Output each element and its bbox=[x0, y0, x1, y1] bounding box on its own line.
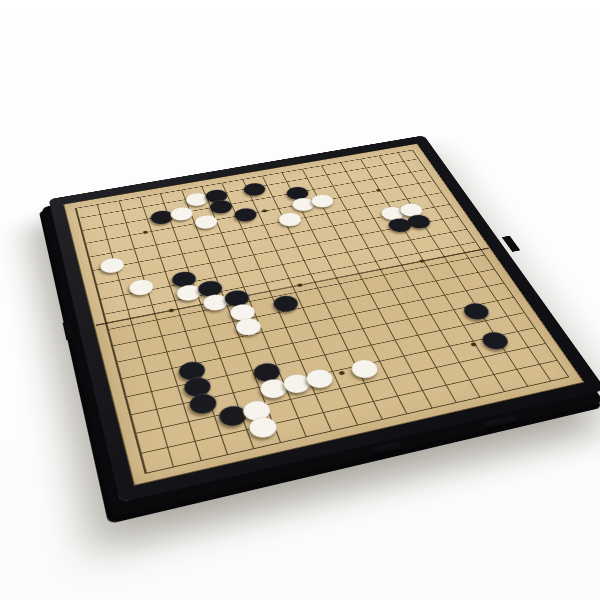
go-board[interactable]: ●●●●●●●●●●●●●●●●●●●●●●●●●●●●●●●●●●●●●●● bbox=[63, 143, 584, 485]
latch-clasp[interactable] bbox=[481, 414, 521, 430]
photo-backdrop: ●●●●●●●●●●●●●●●●●●●●●●●●●●●●●●●●●●●●●●● bbox=[0, 0, 600, 600]
latch-clasp-2[interactable] bbox=[371, 441, 404, 456]
stones-layer: ●●●●●●●●●●●●●●●●●●●●●●●●●●●●●●●●●●●●●●● bbox=[63, 143, 584, 485]
hinge-left bbox=[63, 321, 76, 340]
go-board-frame: ●●●●●●●●●●●●●●●●●●●●●●●●●●●●●●●●●●●●●●● bbox=[49, 135, 600, 502]
hinge-right bbox=[502, 236, 521, 252]
